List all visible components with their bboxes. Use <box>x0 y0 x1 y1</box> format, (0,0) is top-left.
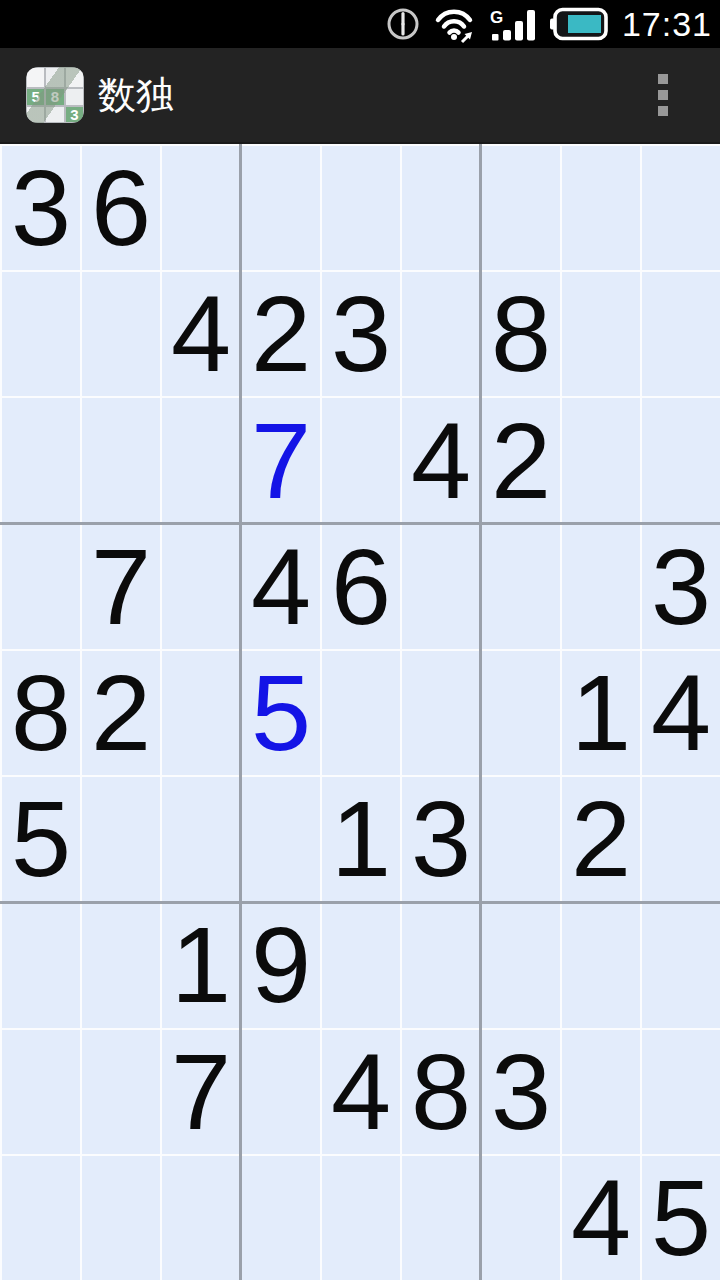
cell-r9c1[interactable] <box>2 1156 80 1280</box>
cell-r6c1[interactable]: 5 <box>2 777 80 901</box>
cell-r2c5[interactable]: 3 <box>322 272 400 396</box>
overflow-dot <box>658 74 668 84</box>
cell-r3c1[interactable] <box>2 398 80 522</box>
box-line-vertical-2 <box>479 144 482 1280</box>
cell-r6c6[interactable]: 3 <box>402 777 480 901</box>
cell-r4c2[interactable]: 7 <box>82 525 160 649</box>
given-digit: 4 <box>651 659 711 767</box>
app-icon-digit: 3 <box>66 107 83 122</box>
cell-r6c3[interactable] <box>162 777 240 901</box>
cell-r1c6[interactable] <box>402 146 480 270</box>
given-digit: 4 <box>171 280 231 388</box>
cell-r9c5[interactable] <box>322 1156 400 1280</box>
given-digit: 7 <box>171 1038 231 1146</box>
page-title: 数独 <box>98 70 174 121</box>
cell-r6c4[interactable] <box>242 777 320 901</box>
cell-r7c2[interactable] <box>82 903 160 1027</box>
cell-r7c4[interactable]: 9 <box>242 903 320 1027</box>
cell-r5c8[interactable]: 1 <box>562 651 640 775</box>
cell-r7c3[interactable]: 1 <box>162 903 240 1027</box>
user-digit: 7 <box>251 407 311 515</box>
cell-r4c5[interactable]: 6 <box>322 525 400 649</box>
given-digit: 5 <box>651 1164 711 1272</box>
cell-r4c1[interactable] <box>2 525 80 649</box>
cell-r4c6[interactable] <box>402 525 480 649</box>
cell-r2c7[interactable]: 8 <box>482 272 560 396</box>
given-digit: 3 <box>491 1038 551 1146</box>
cell-r7c6[interactable] <box>402 903 480 1027</box>
cell-r5c5[interactable] <box>322 651 400 775</box>
cell-r5c4[interactable]: 5 <box>242 651 320 775</box>
cell-r3c2[interactable] <box>82 398 160 522</box>
cell-r5c9[interactable]: 4 <box>642 651 720 775</box>
given-digit: 4 <box>331 1038 391 1146</box>
cell-r9c2[interactable] <box>82 1156 160 1280</box>
cell-r9c6[interactable] <box>402 1156 480 1280</box>
given-digit: 2 <box>491 407 551 515</box>
cell-r8c1[interactable] <box>2 1030 80 1154</box>
cell-r8c8[interactable] <box>562 1030 640 1154</box>
status-bar: G 17:31 <box>0 0 720 48</box>
phone-screen: G 17:31 5 8 3 数独 <box>0 0 720 1280</box>
cell-r5c1[interactable]: 8 <box>2 651 80 775</box>
app-icon-digit: 8 <box>46 89 63 104</box>
app-icon-digit: 5 <box>27 89 44 104</box>
given-digit: 2 <box>571 785 631 893</box>
cell-r3c8[interactable] <box>562 398 640 522</box>
cell-r3c5[interactable] <box>322 398 400 522</box>
sudoku-board[interactable]: 364238742746382514513219748345 <box>0 144 720 1280</box>
cell-r3c3[interactable] <box>162 398 240 522</box>
cell-r9c9[interactable]: 5 <box>642 1156 720 1280</box>
cell-r2c2[interactable] <box>82 272 160 396</box>
sudoku-app-icon: 5 8 3 <box>26 67 84 123</box>
cell-r1c4[interactable] <box>242 146 320 270</box>
cell-r2c8[interactable] <box>562 272 640 396</box>
given-digit: 4 <box>411 407 471 515</box>
box-line-horizontal-1 <box>0 522 720 525</box>
box-line-horizontal-2 <box>0 901 720 904</box>
cell-r5c7[interactable] <box>482 651 560 775</box>
cell-r8c5[interactable]: 4 <box>322 1030 400 1154</box>
cell-r2c1[interactable] <box>2 272 80 396</box>
given-digit: 2 <box>91 659 151 767</box>
cell-r2c6[interactable] <box>402 272 480 396</box>
given-digit: 7 <box>91 533 151 641</box>
cell-r6c7[interactable] <box>482 777 560 901</box>
signal-g-icon: G <box>488 4 538 44</box>
cell-r9c3[interactable] <box>162 1156 240 1280</box>
cell-r1c2[interactable]: 6 <box>82 146 160 270</box>
cell-r3c7[interactable]: 2 <box>482 398 560 522</box>
cell-r8c2[interactable] <box>82 1030 160 1154</box>
box-line-vertical-1 <box>239 144 242 1280</box>
cell-r5c6[interactable] <box>402 651 480 775</box>
cell-r7c7[interactable] <box>482 903 560 1027</box>
cell-r1c3[interactable] <box>162 146 240 270</box>
given-digit: 5 <box>11 785 71 893</box>
given-digit: 9 <box>251 911 311 1019</box>
cell-r9c4[interactable] <box>242 1156 320 1280</box>
cell-r6c9[interactable] <box>642 777 720 901</box>
cell-r6c8[interactable]: 2 <box>562 777 640 901</box>
app-bar: 5 8 3 数独 <box>0 48 720 144</box>
overflow-menu-button[interactable] <box>652 68 674 122</box>
cell-r2c9[interactable] <box>642 272 720 396</box>
cell-r4c7[interactable] <box>482 525 560 649</box>
given-digit: 4 <box>571 1164 631 1272</box>
cell-r8c6[interactable]: 8 <box>402 1030 480 1154</box>
cell-r2c4[interactable]: 2 <box>242 272 320 396</box>
cell-r2c3[interactable]: 4 <box>162 272 240 396</box>
alarm-clock-icon <box>384 5 422 43</box>
given-digit: 3 <box>331 280 391 388</box>
overflow-dot <box>658 90 668 100</box>
cell-r3c9[interactable] <box>642 398 720 522</box>
cell-r7c9[interactable] <box>642 903 720 1027</box>
cell-r1c7[interactable] <box>482 146 560 270</box>
given-digit: 1 <box>571 659 631 767</box>
cell-r4c9[interactable]: 3 <box>642 525 720 649</box>
given-digit: 2 <box>251 280 311 388</box>
cell-r1c5[interactable] <box>322 146 400 270</box>
given-digit: 1 <box>331 785 391 893</box>
given-digit: 3 <box>651 533 711 641</box>
given-digit: 8 <box>11 659 71 767</box>
given-digit: 8 <box>491 280 551 388</box>
cell-r5c3[interactable] <box>162 651 240 775</box>
cell-r8c3[interactable]: 7 <box>162 1030 240 1154</box>
user-digit: 5 <box>251 659 311 767</box>
overflow-dot <box>658 106 668 116</box>
cell-r4c4[interactable]: 4 <box>242 525 320 649</box>
cell-r3c4[interactable]: 7 <box>242 398 320 522</box>
cell-r8c9[interactable] <box>642 1030 720 1154</box>
cell-r9c7[interactable] <box>482 1156 560 1280</box>
cell-r1c8[interactable] <box>562 146 640 270</box>
cell-r6c2[interactable] <box>82 777 160 901</box>
cell-r7c1[interactable] <box>2 903 80 1027</box>
cell-r9c8[interactable]: 4 <box>562 1156 640 1280</box>
cell-r4c8[interactable] <box>562 525 640 649</box>
given-digit: 3 <box>411 785 471 893</box>
cell-r1c1[interactable]: 3 <box>2 146 80 270</box>
given-digit: 8 <box>411 1038 471 1146</box>
cell-r7c8[interactable] <box>562 903 640 1027</box>
given-digit: 6 <box>91 154 151 262</box>
cell-r1c9[interactable] <box>642 146 720 270</box>
given-digit: 4 <box>251 533 311 641</box>
wifi-icon <box>433 4 477 44</box>
cell-r5c2[interactable]: 2 <box>82 651 160 775</box>
given-digit: 6 <box>331 533 391 641</box>
cell-r4c3[interactable] <box>162 525 240 649</box>
status-clock: 17:31 <box>622 7 712 41</box>
cell-r8c7[interactable]: 3 <box>482 1030 560 1154</box>
battery-icon <box>549 5 609 43</box>
cell-r3c6[interactable]: 4 <box>402 398 480 522</box>
signal-type-label: G <box>490 8 503 27</box>
cell-r7c5[interactable] <box>322 903 400 1027</box>
given-digit: 3 <box>11 154 71 262</box>
cell-r6c5[interactable]: 1 <box>322 777 400 901</box>
cell-r8c4[interactable] <box>242 1030 320 1154</box>
given-digit: 1 <box>171 911 231 1019</box>
